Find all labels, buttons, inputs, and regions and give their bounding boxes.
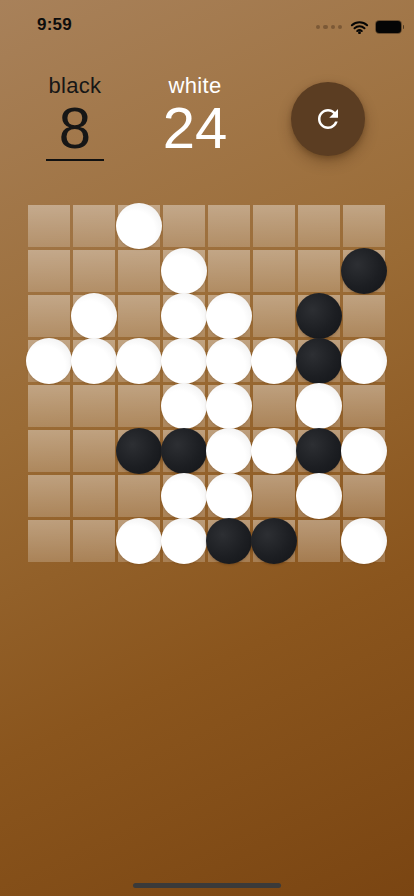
board-cell-r1c6[interactable] — [253, 205, 295, 247]
board-cell-r6c5[interactable] — [208, 430, 250, 472]
board-cell-r7c8[interactable] — [343, 475, 385, 517]
board-cell-r1c3[interactable] — [118, 205, 160, 247]
board-cell-r6c4[interactable] — [163, 430, 205, 472]
board-cell-r8c3[interactable] — [118, 520, 160, 562]
white-disc — [71, 293, 117, 339]
board-cell-r5c5[interactable] — [208, 385, 250, 427]
board-cell-r2c3[interactable] — [118, 250, 160, 292]
board-cell-r3c4[interactable] — [163, 295, 205, 337]
white-disc — [206, 383, 252, 429]
white-disc — [206, 338, 252, 384]
scoreboard: black 8 white 24 — [0, 74, 414, 184]
board-cell-r2c2[interactable] — [73, 250, 115, 292]
black-disc — [206, 518, 252, 564]
cellular-signal-icon — [316, 25, 342, 29]
board-cell-r7c7[interactable] — [298, 475, 340, 517]
board-cell-r6c3[interactable] — [118, 430, 160, 472]
board-cell-r2c1[interactable] — [28, 250, 70, 292]
status-icons — [316, 20, 401, 34]
board-cell-r5c8[interactable] — [343, 385, 385, 427]
restart-button[interactable] — [291, 82, 365, 156]
white-disc — [161, 293, 207, 339]
board-cell-r3c6[interactable] — [253, 295, 295, 337]
white-disc — [341, 428, 387, 474]
board-cell-r2c5[interactable] — [208, 250, 250, 292]
board-cell-r2c6[interactable] — [253, 250, 295, 292]
board-cell-r5c6[interactable] — [253, 385, 295, 427]
board-cell-r7c2[interactable] — [73, 475, 115, 517]
white-disc — [71, 338, 117, 384]
board-cell-r6c8[interactable] — [343, 430, 385, 472]
board-cell-r3c7[interactable] — [298, 295, 340, 337]
status-bar: 9:59 — [0, 0, 414, 47]
board-cell-r1c8[interactable] — [343, 205, 385, 247]
board-cell-r1c5[interactable] — [208, 205, 250, 247]
board-cell-r7c6[interactable] — [253, 475, 295, 517]
board-cell-r7c1[interactable] — [28, 475, 70, 517]
black-disc — [296, 428, 342, 474]
board-cell-r8c2[interactable] — [73, 520, 115, 562]
board-cell-r2c8[interactable] — [343, 250, 385, 292]
white-disc — [116, 338, 162, 384]
board-cell-r4c1[interactable] — [28, 340, 70, 382]
board-cell-r1c7[interactable] — [298, 205, 340, 247]
white-disc — [161, 473, 207, 519]
board-cell-r6c6[interactable] — [253, 430, 295, 472]
board-cell-r1c2[interactable] — [73, 205, 115, 247]
white-disc — [341, 518, 387, 564]
board-cell-r7c4[interactable] — [163, 475, 205, 517]
board-cell-r4c5[interactable] — [208, 340, 250, 382]
home-indicator[interactable] — [133, 883, 281, 888]
board-cell-r8c6[interactable] — [253, 520, 295, 562]
board-cell-r3c3[interactable] — [118, 295, 160, 337]
black-disc — [116, 428, 162, 474]
board-cell-r4c3[interactable] — [118, 340, 160, 382]
white-disc — [251, 338, 297, 384]
board-cell-r8c1[interactable] — [28, 520, 70, 562]
white-disc — [296, 473, 342, 519]
board-cell-r5c2[interactable] — [73, 385, 115, 427]
white-disc — [116, 518, 162, 564]
board — [28, 205, 385, 562]
board-cell-r4c2[interactable] — [73, 340, 115, 382]
black-score-panel: black 8 — [27, 74, 123, 161]
board-cell-r2c7[interactable] — [298, 250, 340, 292]
board-cell-r5c4[interactable] — [163, 385, 205, 427]
status-time: 9:59 — [37, 15, 72, 35]
board-cell-r6c2[interactable] — [73, 430, 115, 472]
board-cell-r4c4[interactable] — [163, 340, 205, 382]
black-disc — [161, 428, 207, 474]
white-disc — [341, 338, 387, 384]
othello-app-screen: 9:59 black 8 white 24 — [0, 0, 414, 896]
white-disc — [116, 203, 162, 249]
white-disc — [206, 293, 252, 339]
white-disc — [161, 338, 207, 384]
board-cell-r8c5[interactable] — [208, 520, 250, 562]
board-cell-r6c1[interactable] — [28, 430, 70, 472]
board-cell-r1c1[interactable] — [28, 205, 70, 247]
board-cell-r4c8[interactable] — [343, 340, 385, 382]
board-cell-r2c4[interactable] — [163, 250, 205, 292]
battery-icon — [376, 21, 401, 33]
white-disc — [206, 428, 252, 474]
board-cell-r5c1[interactable] — [28, 385, 70, 427]
white-disc — [206, 473, 252, 519]
board-cell-r3c1[interactable] — [28, 295, 70, 337]
board-cell-r1c4[interactable] — [163, 205, 205, 247]
black-disc — [251, 518, 297, 564]
board-cell-r6c7[interactable] — [298, 430, 340, 472]
board-cell-r8c8[interactable] — [343, 520, 385, 562]
black-disc — [296, 338, 342, 384]
black-disc — [341, 248, 387, 294]
board-cell-r3c8[interactable] — [343, 295, 385, 337]
board-cell-r3c5[interactable] — [208, 295, 250, 337]
white-disc — [161, 518, 207, 564]
white-disc — [26, 338, 72, 384]
board-cell-r4c6[interactable] — [253, 340, 295, 382]
board-cell-r5c3[interactable] — [118, 385, 160, 427]
board-cell-r5c7[interactable] — [298, 385, 340, 427]
board-cell-r7c3[interactable] — [118, 475, 160, 517]
refresh-icon — [313, 104, 343, 134]
board-cell-r7c5[interactable] — [208, 475, 250, 517]
white-disc — [251, 428, 297, 474]
board-cell-r4c7[interactable] — [298, 340, 340, 382]
board-cell-r8c7[interactable] — [298, 520, 340, 562]
board-cell-r3c2[interactable] — [73, 295, 115, 337]
white-disc — [161, 248, 207, 294]
white-score-panel: white 24 — [147, 74, 243, 161]
black-score-value: 8 — [27, 100, 123, 156]
board-cell-r8c4[interactable] — [163, 520, 205, 562]
white-score-value: 24 — [147, 100, 243, 156]
white-disc — [296, 383, 342, 429]
black-disc — [296, 293, 342, 339]
white-disc — [161, 383, 207, 429]
wifi-icon — [350, 20, 369, 34]
